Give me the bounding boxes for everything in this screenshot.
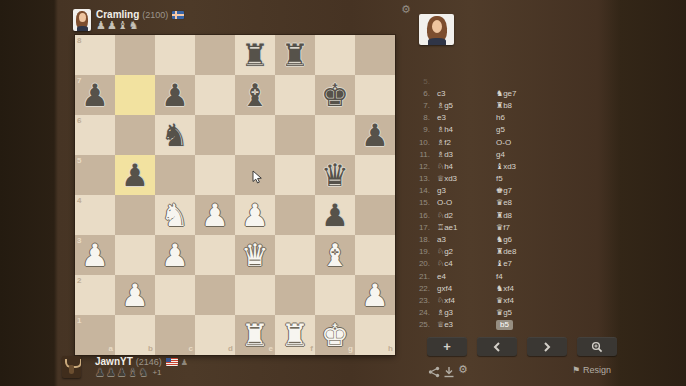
square-f6[interactable] bbox=[275, 115, 315, 155]
black-rook-e8[interactable]: ♜ bbox=[235, 35, 275, 75]
black-bishop-e7[interactable]: ♝ bbox=[235, 75, 275, 115]
rank-label-4: 4 bbox=[77, 197, 81, 205]
rank-label-6: 6 bbox=[77, 117, 81, 125]
white-move[interactable]: ♗d3 bbox=[437, 150, 496, 159]
white-pawn-h2[interactable]: ♟ bbox=[355, 275, 395, 315]
move-row-10[interactable]: 10.♗f2O-O bbox=[414, 136, 564, 148]
square-d6[interactable] bbox=[195, 115, 235, 155]
move-row-17[interactable]: 17.♖ae1♛f7 bbox=[414, 221, 564, 233]
black-pawn-a7[interactable]: ♟ bbox=[75, 75, 115, 115]
captured-piece: ♝ bbox=[128, 366, 139, 379]
white-move[interactable]: ♖ae1 bbox=[437, 223, 496, 232]
white-pawn-a3[interactable]: ♟ bbox=[75, 235, 115, 275]
rank-label-8: 8 bbox=[77, 37, 81, 45]
square-c2[interactable] bbox=[155, 275, 195, 315]
square-e6[interactable] bbox=[235, 115, 275, 155]
captured-piece: ♟ bbox=[95, 366, 106, 379]
square-h7[interactable] bbox=[355, 75, 395, 115]
white-move[interactable]: g3 bbox=[437, 186, 496, 195]
white-king-g1[interactable]: ♚ bbox=[315, 315, 355, 355]
resign-label: Resign bbox=[583, 365, 611, 375]
square-f8[interactable]: ♜ bbox=[275, 35, 315, 75]
black-move[interactable]: ♞ge7 bbox=[496, 89, 517, 98]
move-number: 22. bbox=[414, 284, 430, 293]
white-move[interactable]: ♘xf4 bbox=[437, 296, 496, 305]
avatar-top-player bbox=[73, 9, 91, 31]
square-e2[interactable] bbox=[235, 275, 275, 315]
square-d3[interactable] bbox=[195, 235, 235, 275]
move-number: 6. bbox=[414, 89, 430, 98]
square-b5[interactable]: ♟ bbox=[115, 155, 155, 195]
square-b4[interactable] bbox=[115, 195, 155, 235]
chevron-left-icon bbox=[493, 342, 501, 352]
move-number: 13. bbox=[414, 174, 430, 183]
square-d8[interactable] bbox=[195, 35, 235, 75]
black-move[interactable]: ♛g5 bbox=[496, 308, 512, 317]
previous-move-button[interactable] bbox=[477, 337, 517, 356]
rank-label-2: 2 bbox=[77, 277, 81, 285]
square-g8[interactable] bbox=[315, 35, 355, 75]
square-d1[interactable]: d bbox=[195, 315, 235, 355]
material-advantage: +1 bbox=[152, 368, 161, 377]
square-b6[interactable] bbox=[115, 115, 155, 155]
white-knight-c4[interactable]: ♞ bbox=[155, 195, 195, 235]
white-move[interactable]: ♘h4 bbox=[437, 162, 496, 171]
white-pawn-c3[interactable]: ♟ bbox=[155, 235, 195, 275]
chevron-right-icon bbox=[543, 342, 551, 352]
chess-board[interactable]: 8♜♜7♟♟♝♚6♞♟5♟♛4♞♟♟♟3♟♟♛♝2♟♟1abcde♜f♜g♚h bbox=[75, 35, 395, 355]
black-move[interactable]: ♝e7 bbox=[496, 259, 512, 268]
square-g7[interactable]: ♚ bbox=[315, 75, 355, 115]
black-queen-g5[interactable]: ♛ bbox=[315, 155, 355, 195]
rank-label-5: 5 bbox=[77, 157, 81, 165]
move-row-21[interactable]: 21.e4f4 bbox=[414, 270, 564, 282]
move-row-7[interactable]: 7.♗g5♜b8 bbox=[414, 99, 564, 111]
move-row-14[interactable]: 14.g3♚g7 bbox=[414, 185, 564, 197]
avatar-face bbox=[79, 13, 86, 22]
move-row-19[interactable]: 19.♘g2♜de8 bbox=[414, 246, 564, 258]
top-captured-pieces: ♟♟♝♞ bbox=[96, 19, 140, 32]
move-row-16[interactable]: 16.♘d2♜d8 bbox=[414, 209, 564, 221]
square-h8[interactable] bbox=[355, 35, 395, 75]
black-move[interactable]: g5 bbox=[496, 125, 505, 134]
black-move[interactable]: ♝xd3 bbox=[496, 162, 516, 171]
black-move[interactable]: g4 bbox=[496, 150, 505, 159]
white-bishop-g3[interactable]: ♝ bbox=[315, 235, 355, 275]
square-b2[interactable]: ♟ bbox=[115, 275, 155, 315]
add-move-button[interactable]: + bbox=[427, 337, 467, 356]
file-label-c: c bbox=[189, 345, 193, 353]
white-move[interactable]: gxf4 bbox=[437, 284, 496, 293]
square-e1[interactable]: e♜ bbox=[235, 315, 275, 355]
avatar-bottom-player bbox=[62, 356, 81, 378]
black-move[interactable]: f4 bbox=[496, 272, 503, 281]
black-rook-f8[interactable]: ♜ bbox=[275, 35, 315, 75]
move-number: 8. bbox=[414, 113, 430, 122]
move-number: 15. bbox=[414, 198, 430, 207]
captured-piece: ♟ bbox=[106, 366, 117, 379]
square-h3[interactable] bbox=[355, 235, 395, 275]
move-number: 11. bbox=[414, 150, 430, 159]
white-pawn-b2[interactable]: ♟ bbox=[115, 275, 155, 315]
white-move[interactable]: c3 bbox=[437, 89, 496, 98]
black-move[interactable]: h6 bbox=[496, 113, 505, 122]
move-number: 19. bbox=[414, 247, 430, 256]
white-rook-e1[interactable]: ♜ bbox=[235, 315, 275, 355]
square-c8[interactable] bbox=[155, 35, 195, 75]
square-g3[interactable]: ♝ bbox=[315, 235, 355, 275]
square-f4[interactable] bbox=[275, 195, 315, 235]
black-king-g7[interactable]: ♚ bbox=[315, 75, 355, 115]
move-number: 17. bbox=[414, 223, 430, 232]
download-icon[interactable] bbox=[443, 364, 455, 376]
square-c5[interactable] bbox=[155, 155, 195, 195]
white-move[interactable]: ♘g2 bbox=[437, 247, 496, 256]
file-label-d: d bbox=[228, 345, 233, 353]
square-c6[interactable]: ♞ bbox=[155, 115, 195, 155]
white-move[interactable]: e3 bbox=[437, 113, 496, 122]
captured-piece: ♞ bbox=[139, 366, 150, 379]
square-f7[interactable] bbox=[275, 75, 315, 115]
square-a8[interactable]: 8 bbox=[75, 35, 115, 75]
move-number: 14. bbox=[414, 186, 430, 195]
white-move[interactable]: ♘c4 bbox=[437, 259, 496, 268]
move-row-8[interactable]: 8.e3h6 bbox=[414, 112, 564, 124]
move-row-5[interactable]: 5. bbox=[414, 75, 564, 87]
square-b8[interactable] bbox=[115, 35, 155, 75]
square-g1[interactable]: g♚ bbox=[315, 315, 355, 355]
black-move[interactable]: ♛xf4 bbox=[496, 296, 514, 305]
move-list[interactable]: 5.6.c3♞ge77.♗g5♜b88.e3h69.♗h4g510.♗f2O-O… bbox=[414, 75, 564, 331]
square-h4[interactable] bbox=[355, 195, 395, 235]
white-move[interactable]: ♗g3 bbox=[437, 308, 496, 317]
share-icon[interactable] bbox=[428, 364, 440, 376]
square-e5[interactable] bbox=[235, 155, 275, 195]
move-number: 20. bbox=[414, 259, 430, 268]
move-row-13[interactable]: 13.♕xd3f5 bbox=[414, 173, 564, 185]
move-number: 7. bbox=[414, 101, 430, 110]
square-f5[interactable] bbox=[275, 155, 315, 195]
white-move[interactable]: ♘d2 bbox=[437, 211, 496, 220]
black-move[interactable]: ♞xf4 bbox=[496, 284, 514, 293]
black-move[interactable]: ♞g6 bbox=[496, 235, 512, 244]
black-move[interactable]: ♜d8 bbox=[496, 211, 512, 220]
square-h1[interactable]: h bbox=[355, 315, 395, 355]
square-c4[interactable]: ♞ bbox=[155, 195, 195, 235]
black-move[interactable]: b5 bbox=[496, 320, 513, 330]
screenshot-stage: 8♜♜7♟♟♝♚6♞♟5♟♛4♞♟♟♟3♟♟♛♝2♟♟1abcde♜f♜g♚h … bbox=[0, 0, 686, 386]
square-f1[interactable]: f♜ bbox=[275, 315, 315, 355]
move-row-15[interactable]: 15.O-O♛e8 bbox=[414, 197, 564, 209]
move-number: 21. bbox=[414, 272, 430, 281]
square-f2[interactable] bbox=[275, 275, 315, 315]
square-c1[interactable]: c bbox=[155, 315, 195, 355]
avatar-shirt bbox=[77, 26, 88, 31]
membership-icon: ♟ bbox=[181, 358, 188, 367]
black-move[interactable]: ♜b8 bbox=[496, 101, 512, 110]
captured-piece: ♟ bbox=[107, 19, 118, 32]
file-label-b: b bbox=[148, 345, 153, 353]
bottom-captured-pieces: ♟♟♟♝♞+1 bbox=[95, 366, 162, 379]
square-g5[interactable]: ♛ bbox=[315, 155, 355, 195]
captured-piece: ♟ bbox=[117, 366, 128, 379]
move-row-22[interactable]: 22.gxf4♞xf4 bbox=[414, 282, 564, 294]
us-flag-icon bbox=[166, 358, 178, 366]
white-move[interactable]: ♗g5 bbox=[437, 101, 496, 110]
square-h2[interactable]: ♟ bbox=[355, 275, 395, 315]
move-number: 24. bbox=[414, 308, 430, 317]
square-e3[interactable]: ♛ bbox=[235, 235, 275, 275]
white-pawn-d4[interactable]: ♟ bbox=[195, 195, 235, 235]
black-move[interactable]: O-O bbox=[496, 138, 511, 147]
square-a3[interactable]: 3♟ bbox=[75, 235, 115, 275]
captured-piece: ♞ bbox=[129, 19, 140, 32]
board-settings-gear-icon[interactable]: ⚙ bbox=[401, 3, 411, 16]
square-d2[interactable] bbox=[195, 275, 235, 315]
rank-label-1: 1 bbox=[77, 317, 81, 325]
square-e4[interactable]: ♟ bbox=[235, 195, 275, 235]
black-move[interactable]: ♛f7 bbox=[496, 223, 510, 232]
move-row-24[interactable]: 24.♗g3♛g5 bbox=[414, 307, 564, 319]
black-pawn-h6[interactable]: ♟ bbox=[355, 115, 395, 155]
square-a6[interactable]: 6 bbox=[75, 115, 115, 155]
file-label-a: a bbox=[109, 345, 113, 353]
move-number: 10. bbox=[414, 138, 430, 147]
move-number: 25. bbox=[414, 320, 430, 329]
webcam-face bbox=[432, 20, 442, 33]
black-pawn-b5[interactable]: ♟ bbox=[115, 155, 155, 195]
move-row-18[interactable]: 18.a3♞g6 bbox=[414, 233, 564, 245]
move-number: 16. bbox=[414, 211, 430, 220]
move-row-23[interactable]: 23.♘xf4♛xf4 bbox=[414, 294, 564, 306]
square-h5[interactable] bbox=[355, 155, 395, 195]
move-row-12[interactable]: 12.♘h4♝xd3 bbox=[414, 160, 564, 172]
settings-gear-icon[interactable]: ⚙ bbox=[458, 363, 470, 375]
resign-button[interactable]: ⚑Resign bbox=[572, 365, 611, 375]
next-move-button[interactable] bbox=[527, 337, 567, 356]
analysis-button[interactable] bbox=[577, 337, 617, 356]
square-g2[interactable] bbox=[315, 275, 355, 315]
white-move[interactable]: ♗h4 bbox=[437, 125, 496, 134]
white-move[interactable]: ♕e3 bbox=[437, 320, 496, 329]
white-move[interactable]: ♗f2 bbox=[437, 138, 496, 147]
move-row-11[interactable]: 11.♗d3g4 bbox=[414, 148, 564, 160]
move-row-20[interactable]: 20.♘c4♝e7 bbox=[414, 258, 564, 270]
square-a4[interactable]: 4 bbox=[75, 195, 115, 235]
square-a5[interactable]: 5 bbox=[75, 155, 115, 195]
square-d4[interactable]: ♟ bbox=[195, 195, 235, 235]
black-pawn-c7[interactable]: ♟ bbox=[155, 75, 195, 115]
black-move[interactable]: ♛e8 bbox=[496, 198, 512, 207]
webcam-shirt bbox=[428, 38, 446, 45]
square-d5[interactable] bbox=[195, 155, 235, 195]
black-knight-c6[interactable]: ♞ bbox=[155, 115, 195, 155]
top-player-rating: (2100) bbox=[142, 10, 168, 20]
white-move[interactable]: e4 bbox=[437, 272, 496, 281]
square-d7[interactable] bbox=[195, 75, 235, 115]
plus-label: + bbox=[443, 339, 451, 354]
square-h6[interactable]: ♟ bbox=[355, 115, 395, 155]
square-g4[interactable]: ♟ bbox=[315, 195, 355, 235]
square-c7[interactable]: ♟ bbox=[155, 75, 195, 115]
square-c3[interactable]: ♟ bbox=[155, 235, 195, 275]
file-label-h: h bbox=[388, 345, 393, 353]
black-move[interactable]: ♚g7 bbox=[496, 186, 512, 195]
move-number: 23. bbox=[414, 296, 430, 305]
white-pawn-e4[interactable]: ♟ bbox=[235, 195, 275, 235]
square-a1[interactable]: 1a bbox=[75, 315, 115, 355]
move-number: 18. bbox=[414, 235, 430, 244]
white-move[interactable]: a3 bbox=[437, 235, 496, 244]
magnifier-icon bbox=[591, 341, 603, 353]
moose-head-icon bbox=[69, 365, 74, 374]
webcam-avatar bbox=[419, 14, 454, 45]
square-g6[interactable] bbox=[315, 115, 355, 155]
captured-piece: ♟ bbox=[96, 19, 107, 32]
white-queen-e3[interactable]: ♛ bbox=[235, 235, 275, 275]
white-move[interactable]: ♕xd3 bbox=[437, 174, 496, 183]
captured-piece: ♝ bbox=[118, 19, 129, 32]
white-rook-f1[interactable]: ♜ bbox=[275, 315, 315, 355]
white-move[interactable]: O-O bbox=[437, 198, 496, 207]
move-row-6[interactable]: 6.c3♞ge7 bbox=[414, 87, 564, 99]
square-f3[interactable] bbox=[275, 235, 315, 275]
move-number: 12. bbox=[414, 162, 430, 171]
move-number: 9. bbox=[414, 125, 430, 134]
black-move[interactable]: ♜de8 bbox=[496, 247, 517, 256]
resign-flag-icon: ⚑ bbox=[572, 365, 580, 375]
black-pawn-g4[interactable]: ♟ bbox=[315, 195, 355, 235]
move-row-25[interactable]: 25.♕e3b5 bbox=[414, 319, 564, 331]
move-row-9[interactable]: 9.♗h4g5 bbox=[414, 124, 564, 136]
square-a7[interactable]: 7♟ bbox=[75, 75, 115, 115]
square-b3[interactable] bbox=[115, 235, 155, 275]
square-a2[interactable]: 2 bbox=[75, 275, 115, 315]
move-number: 5. bbox=[414, 77, 430, 86]
sweden-flag-icon bbox=[172, 11, 184, 19]
square-b1[interactable]: b bbox=[115, 315, 155, 355]
square-e8[interactable]: ♜ bbox=[235, 35, 275, 75]
square-e7[interactable]: ♝ bbox=[235, 75, 275, 115]
square-b7[interactable] bbox=[115, 75, 155, 115]
black-move[interactable]: f5 bbox=[496, 174, 503, 183]
